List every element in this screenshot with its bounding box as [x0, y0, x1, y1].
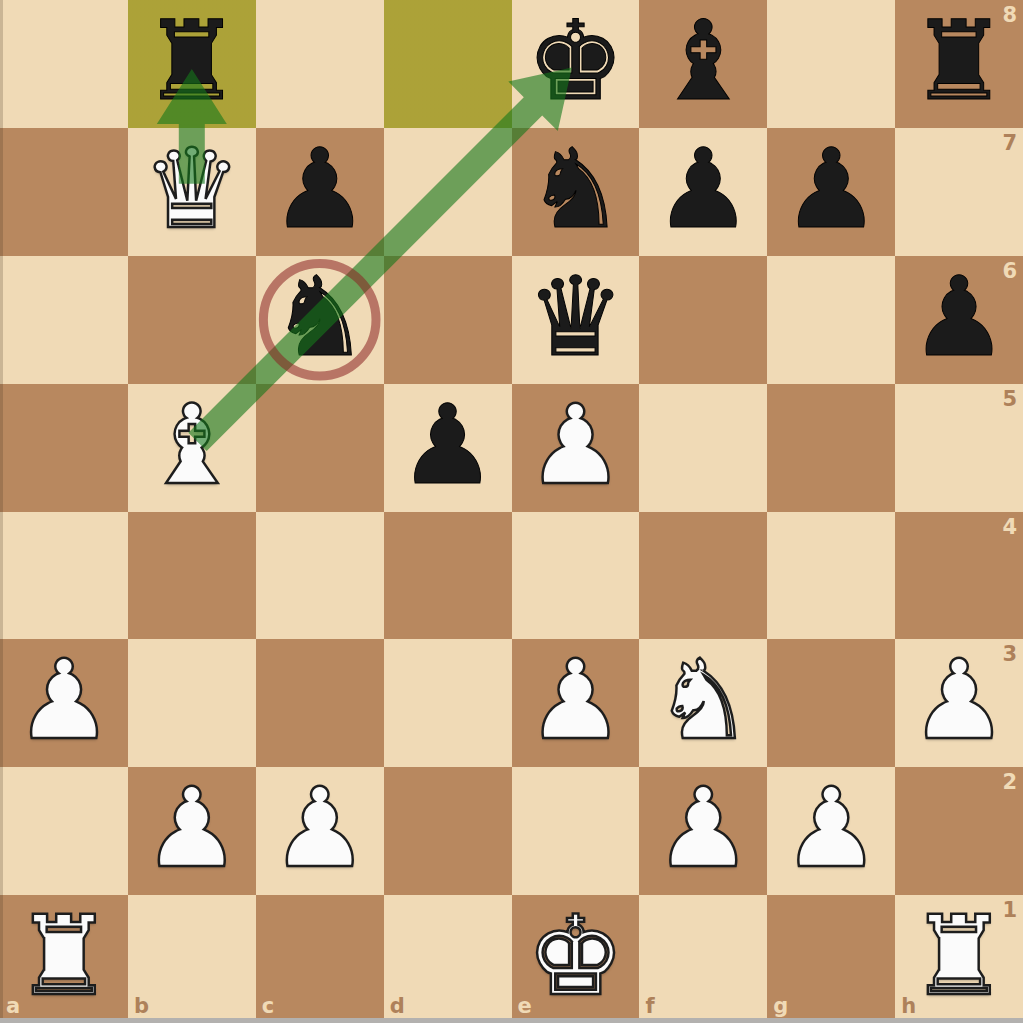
white-pawn-c2[interactable]: ♟	[270, 773, 369, 883]
square-e4[interactable]	[512, 512, 640, 640]
square-e7[interactable]: ♞	[512, 128, 640, 256]
file-label-c: c	[262, 996, 274, 1017]
square-a7[interactable]	[0, 128, 128, 256]
rank-label-4: 4	[1002, 517, 1017, 538]
chess-board: ♜♚♝8♜♛♟♞♟♟7♞♛6♟♝♟♟54♟♟♞3♟♟♟♟♟2a♜bcde♚fg1…	[0, 0, 1023, 1023]
black-pawn-f7[interactable]: ♟	[654, 134, 753, 244]
square-d1[interactable]: d	[384, 895, 512, 1023]
black-pawn-h6[interactable]: ♟	[910, 262, 1009, 372]
black-pawn-d5[interactable]: ♟	[398, 390, 497, 500]
square-e5[interactable]: ♟	[512, 384, 640, 512]
white-pawn-f2[interactable]: ♟	[654, 773, 753, 883]
square-g8[interactable]	[767, 0, 895, 128]
white-pawn-g2[interactable]: ♟	[782, 773, 881, 883]
black-rook-h8[interactable]: ♜	[910, 6, 1009, 116]
square-a1[interactable]: a♜	[0, 895, 128, 1023]
file-label-b: b	[134, 996, 149, 1017]
rank-label-2: 2	[1002, 772, 1017, 793]
square-h2[interactable]: 2	[895, 767, 1023, 895]
black-pawn-c7[interactable]: ♟	[270, 134, 369, 244]
black-knight-e7[interactable]: ♞	[526, 134, 625, 244]
square-f1[interactable]: f	[639, 895, 767, 1023]
square-c7[interactable]: ♟	[256, 128, 384, 256]
square-c8[interactable]	[256, 0, 384, 128]
square-e1[interactable]: e♚	[512, 895, 640, 1023]
black-king-e8[interactable]: ♚	[526, 6, 625, 116]
white-rook-h1[interactable]: ♜	[910, 901, 1009, 1011]
square-f7[interactable]: ♟	[639, 128, 767, 256]
square-b1[interactable]: b	[128, 895, 256, 1023]
square-b8[interactable]: ♜	[128, 0, 256, 128]
white-bishop-b5[interactable]: ♝	[143, 390, 242, 500]
square-d6[interactable]	[384, 256, 512, 384]
square-h8[interactable]: 8♜	[895, 0, 1023, 128]
square-b6[interactable]	[128, 256, 256, 384]
square-a2[interactable]	[0, 767, 128, 895]
square-f8[interactable]: ♝	[639, 0, 767, 128]
rank-label-5: 5	[1002, 389, 1017, 410]
rank-label-7: 7	[1002, 133, 1017, 154]
square-a4[interactable]	[0, 512, 128, 640]
square-g3[interactable]	[767, 639, 895, 767]
white-pawn-h3[interactable]: ♟	[910, 645, 1009, 755]
square-e8[interactable]: ♚	[512, 0, 640, 128]
square-d2[interactable]	[384, 767, 512, 895]
square-d7[interactable]	[384, 128, 512, 256]
square-c2[interactable]: ♟	[256, 767, 384, 895]
square-g2[interactable]: ♟	[767, 767, 895, 895]
white-pawn-a3[interactable]: ♟	[15, 645, 114, 755]
square-c3[interactable]	[256, 639, 384, 767]
square-e3[interactable]: ♟	[512, 639, 640, 767]
white-king-e1[interactable]: ♚	[526, 901, 625, 1011]
square-h7[interactable]: 7	[895, 128, 1023, 256]
square-h5[interactable]: 5	[895, 384, 1023, 512]
square-g7[interactable]: ♟	[767, 128, 895, 256]
white-pawn-e3[interactable]: ♟	[526, 645, 625, 755]
square-d5[interactable]: ♟	[384, 384, 512, 512]
square-a6[interactable]	[0, 256, 128, 384]
black-queen-e6[interactable]: ♛	[526, 262, 625, 372]
black-knight-c6[interactable]: ♞	[270, 262, 369, 372]
file-label-d: d	[390, 996, 405, 1017]
black-pawn-g7[interactable]: ♟	[782, 134, 881, 244]
square-b2[interactable]: ♟	[128, 767, 256, 895]
square-g4[interactable]	[767, 512, 895, 640]
square-f5[interactable]	[639, 384, 767, 512]
square-b5[interactable]: ♝	[128, 384, 256, 512]
square-g5[interactable]	[767, 384, 895, 512]
square-a5[interactable]	[0, 384, 128, 512]
file-label-f: f	[645, 996, 654, 1017]
square-c1[interactable]: c	[256, 895, 384, 1023]
square-c5[interactable]	[256, 384, 384, 512]
board-left-edge	[0, 0, 3, 1023]
square-a3[interactable]: ♟	[0, 639, 128, 767]
square-c6[interactable]: ♞	[256, 256, 384, 384]
square-e2[interactable]	[512, 767, 640, 895]
chess-app: ♜♚♝8♜♛♟♞♟♟7♞♛6♟♝♟♟54♟♟♞3♟♟♟♟♟2a♜bcde♚fg1…	[0, 0, 1023, 1023]
square-h3[interactable]: 3♟	[895, 639, 1023, 767]
file-label-g: g	[773, 996, 788, 1017]
square-h6[interactable]: 6♟	[895, 256, 1023, 384]
square-f4[interactable]	[639, 512, 767, 640]
white-pawn-e5[interactable]: ♟	[526, 390, 625, 500]
square-d4[interactable]	[384, 512, 512, 640]
square-c4[interactable]	[256, 512, 384, 640]
square-b4[interactable]	[128, 512, 256, 640]
square-g6[interactable]	[767, 256, 895, 384]
square-d8[interactable]	[384, 0, 512, 128]
white-knight-f3[interactable]: ♞	[654, 645, 753, 755]
black-rook-b8[interactable]: ♜	[143, 6, 242, 116]
square-g1[interactable]: g	[767, 895, 895, 1023]
white-queen-b7[interactable]: ♛	[143, 134, 242, 244]
square-h4[interactable]: 4	[895, 512, 1023, 640]
square-b7[interactable]: ♛	[128, 128, 256, 256]
black-bishop-f8[interactable]: ♝	[654, 6, 753, 116]
square-f2[interactable]: ♟	[639, 767, 767, 895]
square-f6[interactable]	[639, 256, 767, 384]
square-e6[interactable]: ♛	[512, 256, 640, 384]
white-pawn-b2[interactable]: ♟	[143, 773, 242, 883]
square-a8[interactable]	[0, 0, 128, 128]
square-b3[interactable]	[128, 639, 256, 767]
square-f3[interactable]: ♞	[639, 639, 767, 767]
square-h1[interactable]: 1h♜	[895, 895, 1023, 1023]
white-rook-a1[interactable]: ♜	[15, 901, 114, 1011]
square-d3[interactable]	[384, 639, 512, 767]
board-bottom-edge	[0, 1018, 1023, 1023]
